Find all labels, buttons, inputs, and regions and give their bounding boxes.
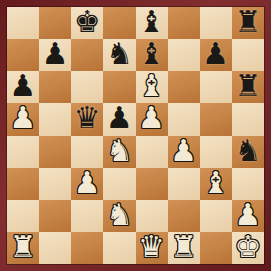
square-f7[interactable] <box>168 39 200 71</box>
piece-white-knight[interactable]: ♞ <box>106 136 133 166</box>
square-c4[interactable] <box>71 136 103 168</box>
square-h6[interactable]: ♜ <box>232 71 264 103</box>
square-a5[interactable]: ♟ <box>7 103 39 135</box>
square-c3[interactable]: ♟ <box>71 168 103 200</box>
piece-white-bishop[interactable]: ♝ <box>202 168 229 198</box>
square-f8[interactable] <box>168 7 200 39</box>
chess-board-frame: ♚♝♜♟♞♝♟♟♝♜♟♛♟♟♞♟♞♟♝♞♟♜♛♜♚ <box>0 0 271 271</box>
square-d3[interactable] <box>103 168 135 200</box>
square-c6[interactable] <box>71 71 103 103</box>
square-a1[interactable]: ♜ <box>7 232 39 264</box>
square-a6[interactable]: ♟ <box>7 71 39 103</box>
piece-white-pawn[interactable]: ♟ <box>170 136 197 166</box>
square-g1[interactable] <box>200 232 232 264</box>
square-d8[interactable] <box>103 7 135 39</box>
square-e7[interactable]: ♝ <box>136 39 168 71</box>
piece-black-pawn[interactable]: ♟ <box>10 71 37 101</box>
square-a8[interactable] <box>7 7 39 39</box>
piece-white-bishop[interactable]: ♝ <box>138 71 165 101</box>
piece-white-pawn[interactable]: ♟ <box>74 168 101 198</box>
piece-black-pawn[interactable]: ♟ <box>42 39 69 69</box>
square-f6[interactable] <box>168 71 200 103</box>
square-f5[interactable] <box>168 103 200 135</box>
square-h1[interactable]: ♚ <box>232 232 264 264</box>
square-b5[interactable] <box>39 103 71 135</box>
square-h8[interactable]: ♜ <box>232 7 264 39</box>
piece-white-king[interactable]: ♚ <box>234 232 261 262</box>
square-g7[interactable]: ♟ <box>200 39 232 71</box>
square-e4[interactable] <box>136 136 168 168</box>
chess-board: ♚♝♜♟♞♝♟♟♝♜♟♛♟♟♞♟♞♟♝♞♟♜♛♜♚ <box>7 7 264 264</box>
piece-black-rook[interactable]: ♜ <box>234 7 261 37</box>
piece-white-queen[interactable]: ♛ <box>138 232 165 262</box>
square-d5[interactable]: ♟ <box>103 103 135 135</box>
square-b1[interactable] <box>39 232 71 264</box>
piece-black-pawn[interactable]: ♟ <box>106 103 133 133</box>
square-b4[interactable] <box>39 136 71 168</box>
piece-black-bishop[interactable]: ♝ <box>138 7 165 37</box>
square-a7[interactable] <box>7 39 39 71</box>
piece-black-rook[interactable]: ♜ <box>234 71 261 101</box>
square-b6[interactable] <box>39 71 71 103</box>
piece-white-pawn[interactable]: ♟ <box>10 103 37 133</box>
square-d7[interactable]: ♞ <box>103 39 135 71</box>
piece-black-pawn[interactable]: ♟ <box>202 39 229 69</box>
square-d1[interactable] <box>103 232 135 264</box>
square-a2[interactable] <box>7 200 39 232</box>
piece-white-knight[interactable]: ♞ <box>106 200 133 230</box>
square-c2[interactable] <box>71 200 103 232</box>
square-b3[interactable] <box>39 168 71 200</box>
square-e5[interactable]: ♟ <box>136 103 168 135</box>
square-g6[interactable] <box>200 71 232 103</box>
square-f2[interactable] <box>168 200 200 232</box>
square-f1[interactable]: ♜ <box>168 232 200 264</box>
piece-black-bishop[interactable]: ♝ <box>138 39 165 69</box>
square-c8[interactable]: ♚ <box>71 7 103 39</box>
square-g8[interactable] <box>200 7 232 39</box>
square-d4[interactable]: ♞ <box>103 136 135 168</box>
square-d6[interactable] <box>103 71 135 103</box>
square-g4[interactable] <box>200 136 232 168</box>
piece-black-queen[interactable]: ♛ <box>74 103 101 133</box>
piece-black-knight[interactable]: ♞ <box>106 39 133 69</box>
piece-black-knight[interactable]: ♞ <box>234 136 261 166</box>
square-h4[interactable]: ♞ <box>232 136 264 168</box>
piece-white-pawn[interactable]: ♟ <box>138 103 165 133</box>
square-h3[interactable] <box>232 168 264 200</box>
square-h5[interactable] <box>232 103 264 135</box>
piece-white-pawn[interactable]: ♟ <box>234 200 261 230</box>
square-h7[interactable] <box>232 39 264 71</box>
square-b8[interactable] <box>39 7 71 39</box>
square-e6[interactable]: ♝ <box>136 71 168 103</box>
square-e2[interactable] <box>136 200 168 232</box>
square-f3[interactable] <box>168 168 200 200</box>
square-f4[interactable]: ♟ <box>168 136 200 168</box>
square-c1[interactable] <box>71 232 103 264</box>
square-e1[interactable]: ♛ <box>136 232 168 264</box>
square-g3[interactable]: ♝ <box>200 168 232 200</box>
square-b7[interactable]: ♟ <box>39 39 71 71</box>
square-g5[interactable] <box>200 103 232 135</box>
square-c5[interactable]: ♛ <box>71 103 103 135</box>
square-e8[interactable]: ♝ <box>136 7 168 39</box>
piece-white-rook[interactable]: ♜ <box>10 232 37 262</box>
square-d2[interactable]: ♞ <box>103 200 135 232</box>
piece-black-king[interactable]: ♚ <box>74 7 101 37</box>
square-c7[interactable] <box>71 39 103 71</box>
square-e3[interactable] <box>136 168 168 200</box>
square-a3[interactable] <box>7 168 39 200</box>
square-b2[interactable] <box>39 200 71 232</box>
square-g2[interactable] <box>200 200 232 232</box>
square-h2[interactable]: ♟ <box>232 200 264 232</box>
piece-white-rook[interactable]: ♜ <box>170 232 197 262</box>
square-a4[interactable] <box>7 136 39 168</box>
